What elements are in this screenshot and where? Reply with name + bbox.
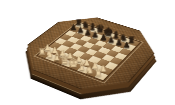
piece-black-pawn: ♟: [70, 24, 77, 32]
product-photo: ♜♞♝♛♚♝♞♜♟♟♟♟♟♟♟♟♟♟♟♟♟♟♟♟♜♞♝♛♚♝♞♜: [0, 0, 175, 105]
chess-set: ♜♞♝♛♚♝♞♜♟♟♟♟♟♟♟♟♟♟♟♟♟♟♟♟♜♞♝♛♚♝♞♜: [7, 10, 167, 102]
piece-black-pawn: ♟: [92, 31, 99, 39]
piece-white-rook: ♜: [94, 69, 103, 79]
square: [98, 47, 111, 54]
piece-black-pawn: ♟: [77, 26, 84, 34]
piece-black-pawn: ♟: [108, 36, 115, 44]
piece-black-pawn: ♟: [116, 39, 123, 47]
piece-black-pawn: ♟: [85, 29, 92, 37]
piece-black-pawn: ♟: [124, 41, 131, 49]
piece-black-pawn: ♟: [100, 34, 107, 42]
